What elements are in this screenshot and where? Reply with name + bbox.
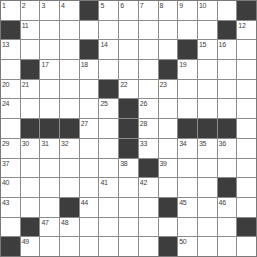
white-cell-r5c12[interactable] — [218, 80, 237, 99]
white-cell-r6c10[interactable] — [178, 99, 197, 118]
white-cell-r10c13[interactable] — [237, 178, 256, 197]
white-cell-r3c12[interactable]: 16 — [218, 40, 237, 59]
white-cell-r4c11[interactable] — [198, 60, 217, 79]
white-cell-r9c1[interactable]: 37 — [1, 159, 20, 178]
clue-number: 21 — [22, 80, 29, 89]
white-cell-r3c1[interactable]: 13 — [1, 40, 20, 59]
white-cell-r6c3[interactable] — [40, 99, 59, 118]
white-cell-r5c4[interactable] — [60, 80, 79, 99]
clue-number: 50 — [179, 237, 186, 246]
white-cell-r7c9[interactable] — [159, 119, 178, 138]
block-cell-r12c2 — [21, 218, 40, 237]
white-cell-r12c3[interactable]: 47 — [40, 218, 59, 237]
white-cell-r8c4[interactable]: 32 — [60, 139, 79, 158]
white-cell-r10c2[interactable] — [21, 178, 40, 197]
white-cell-r13c2[interactable]: 49 — [21, 237, 40, 256]
block-cell-r2c12 — [218, 21, 237, 40]
white-cell-r5c1[interactable]: 20 — [1, 80, 20, 99]
clue-number: 39 — [160, 159, 167, 168]
clue-number: 12 — [238, 21, 245, 30]
clue-number: 25 — [100, 99, 107, 108]
white-cell-r11c6[interactable] — [99, 198, 118, 217]
white-cell-r1c12[interactable] — [218, 1, 237, 20]
block-cell-r2c1 — [1, 21, 20, 40]
white-cell-r5c3[interactable] — [40, 80, 59, 99]
block-cell-r7c2 — [21, 119, 40, 138]
block-cell-r7c11 — [198, 119, 217, 138]
clue-number: 41 — [100, 178, 107, 187]
clue-number: 48 — [61, 218, 68, 227]
clue-number: 7 — [140, 1, 144, 10]
white-cell-r11c7[interactable] — [119, 198, 138, 217]
white-cell-r9c4[interactable] — [60, 159, 79, 178]
clue-number: 38 — [120, 159, 127, 168]
block-cell-r1c13 — [237, 1, 256, 20]
white-cell-r3c9[interactable] — [159, 40, 178, 59]
white-cell-r11c8[interactable] — [139, 198, 158, 217]
clue-number: 11 — [22, 21, 29, 30]
block-cell-r6c7 — [119, 99, 138, 118]
clue-number: 44 — [81, 198, 88, 207]
white-cell-r13c5[interactable] — [80, 237, 99, 256]
white-cell-r5c11[interactable] — [198, 80, 217, 99]
block-cell-r11c9 — [159, 198, 178, 217]
white-cell-r10c5[interactable] — [80, 178, 99, 197]
white-cell-r12c11[interactable] — [198, 218, 217, 237]
white-cell-r2c3[interactable] — [40, 21, 59, 40]
white-cell-r3c6[interactable]: 14 — [99, 40, 118, 59]
white-cell-r4c7[interactable] — [119, 60, 138, 79]
clue-number: 43 — [2, 198, 9, 207]
clue-number: 9 — [179, 1, 183, 10]
white-cell-r4c4[interactable] — [60, 60, 79, 79]
white-cell-r9c10[interactable] — [178, 159, 197, 178]
white-cell-r2c8[interactable] — [139, 21, 158, 40]
clue-number: 16 — [219, 40, 226, 49]
clue-number: 46 — [219, 198, 226, 207]
white-cell-r8c12[interactable]: 36 — [218, 139, 237, 158]
white-cell-r11c12[interactable]: 46 — [218, 198, 237, 217]
block-cell-r12c13 — [237, 218, 256, 237]
white-cell-r5c7[interactable]: 22 — [119, 80, 138, 99]
white-cell-r8c9[interactable] — [159, 139, 178, 158]
clue-number: 29 — [2, 139, 9, 148]
clue-number: 19 — [179, 60, 186, 69]
clue-number: 22 — [120, 80, 127, 89]
white-cell-r6c12[interactable] — [218, 99, 237, 118]
white-cell-r8c11[interactable]: 35 — [198, 139, 217, 158]
clue-number: 45 — [179, 198, 186, 207]
block-cell-r4c2 — [21, 60, 40, 79]
clue-number: 10 — [199, 1, 206, 10]
white-cell-r9c7[interactable]: 38 — [119, 159, 138, 178]
white-cell-r2c13[interactable]: 12 — [237, 21, 256, 40]
white-cell-r5c5[interactable] — [80, 80, 99, 99]
white-cell-r4c12[interactable] — [218, 60, 237, 79]
white-cell-r4c6[interactable] — [99, 60, 118, 79]
block-cell-r7c10 — [178, 119, 197, 138]
white-cell-r10c10[interactable] — [178, 178, 197, 197]
clue-number: 1 — [2, 1, 6, 10]
clue-number: 6 — [120, 1, 124, 10]
white-cell-r5c13[interactable] — [237, 80, 256, 99]
clue-number: 49 — [22, 237, 29, 246]
block-cell-r8c7 — [119, 139, 138, 158]
white-cell-r1c9[interactable]: 8 — [159, 1, 178, 20]
block-cell-r3c10 — [178, 40, 197, 59]
white-cell-r8c6[interactable] — [99, 139, 118, 158]
white-cell-r1c2[interactable]: 2 — [21, 1, 40, 20]
block-cell-r7c7 — [119, 119, 138, 138]
white-cell-r2c7[interactable] — [119, 21, 138, 40]
white-cell-r8c3[interactable]: 31 — [40, 139, 59, 158]
white-cell-r5c2[interactable]: 21 — [21, 80, 40, 99]
white-cell-r6c6[interactable]: 25 — [99, 99, 118, 118]
clue-number: 5 — [100, 1, 104, 10]
white-cell-r12c1[interactable] — [1, 218, 20, 237]
white-cell-r3c3[interactable] — [40, 40, 59, 59]
white-cell-r3c2[interactable] — [21, 40, 40, 59]
clue-number: 40 — [2, 178, 9, 187]
white-cell-r10c1[interactable]: 40 — [1, 178, 20, 197]
block-cell-r4c9 — [159, 60, 178, 79]
white-cell-r6c13[interactable] — [237, 99, 256, 118]
white-cell-r8c1[interactable]: 29 — [1, 139, 20, 158]
white-cell-r9c11[interactable] — [198, 159, 217, 178]
white-cell-r7c8[interactable]: 28 — [139, 119, 158, 138]
white-cell-r13c11[interactable] — [198, 237, 217, 256]
block-cell-r11c4 — [60, 198, 79, 217]
white-cell-r11c3[interactable] — [40, 198, 59, 217]
white-cell-r3c7[interactable] — [119, 40, 138, 59]
block-cell-r7c12 — [218, 119, 237, 138]
white-cell-r13c13[interactable] — [237, 237, 256, 256]
white-cell-r2c9[interactable] — [159, 21, 178, 40]
white-cell-r1c3[interactable]: 3 — [40, 1, 59, 20]
white-cell-r8c13[interactable] — [237, 139, 256, 158]
white-cell-r3c8[interactable] — [139, 40, 158, 59]
clue-number: 8 — [160, 1, 164, 10]
white-cell-r11c13[interactable] — [237, 198, 256, 217]
clue-number: 4 — [61, 1, 65, 10]
white-cell-r12c7[interactable] — [119, 218, 138, 237]
white-cell-r12c12[interactable] — [218, 218, 237, 237]
clue-number: 35 — [199, 139, 206, 148]
white-cell-r9c2[interactable] — [21, 159, 40, 178]
clue-number: 14 — [100, 40, 107, 49]
white-cell-r12c6[interactable] — [99, 218, 118, 237]
block-cell-r13c9 — [159, 237, 178, 256]
white-cell-r1c1[interactable]: 1 — [1, 1, 20, 20]
white-cell-r11c2[interactable] — [21, 198, 40, 217]
white-cell-r13c10[interactable]: 50 — [178, 237, 197, 256]
clue-number: 31 — [41, 139, 48, 148]
white-cell-r5c9[interactable]: 23 — [159, 80, 178, 99]
white-cell-r4c5[interactable]: 18 — [80, 60, 99, 79]
clue-number: 24 — [2, 99, 9, 108]
white-cell-r6c8[interactable]: 26 — [139, 99, 158, 118]
white-cell-r9c3[interactable] — [40, 159, 59, 178]
white-cell-r2c2[interactable]: 11 — [21, 21, 40, 40]
block-cell-r13c1 — [1, 237, 20, 256]
white-cell-r2c4[interactable] — [60, 21, 79, 40]
white-cell-r4c13[interactable] — [237, 60, 256, 79]
white-cell-r11c11[interactable] — [198, 198, 217, 217]
white-cell-r6c1[interactable]: 24 — [1, 99, 20, 118]
white-cell-r9c13[interactable] — [237, 159, 256, 178]
block-cell-r3c5 — [80, 40, 99, 59]
white-cell-r12c10[interactable] — [178, 218, 197, 237]
clue-number: 17 — [41, 60, 48, 69]
white-cell-r8c5[interactable] — [80, 139, 99, 158]
clue-number: 15 — [199, 40, 206, 49]
white-cell-r10c8[interactable]: 42 — [139, 178, 158, 197]
white-cell-r9c6[interactable] — [99, 159, 118, 178]
clue-number: 23 — [160, 80, 167, 89]
white-cell-r1c7[interactable]: 6 — [119, 1, 138, 20]
white-cell-r13c3[interactable] — [40, 237, 59, 256]
block-cell-r7c3 — [40, 119, 59, 138]
white-cell-r2c11[interactable] — [198, 21, 217, 40]
white-cell-r4c3[interactable]: 17 — [40, 60, 59, 79]
white-cell-r13c6[interactable] — [99, 237, 118, 256]
white-cell-r12c8[interactable] — [139, 218, 158, 237]
white-cell-r2c6[interactable] — [99, 21, 118, 40]
white-cell-r12c4[interactable]: 48 — [60, 218, 79, 237]
white-cell-r2c10[interactable] — [178, 21, 197, 40]
white-cell-r1c10[interactable]: 9 — [178, 1, 197, 20]
white-cell-r12c5[interactable] — [80, 218, 99, 237]
clue-number: 36 — [219, 139, 226, 148]
white-cell-r13c8[interactable] — [139, 237, 158, 256]
white-cell-r7c5[interactable]: 27 — [80, 119, 99, 138]
white-cell-r8c2[interactable]: 30 — [21, 139, 40, 158]
block-cell-r1c5 — [80, 1, 99, 20]
white-cell-r10c7[interactable] — [119, 178, 138, 197]
white-cell-r4c8[interactable] — [139, 60, 158, 79]
white-cell-r10c11[interactable] — [198, 178, 217, 197]
white-cell-r11c5[interactable]: 44 — [80, 198, 99, 217]
block-cell-r10c12 — [218, 178, 237, 197]
clue-number: 18 — [81, 60, 88, 69]
clue-number: 28 — [140, 119, 147, 128]
white-cell-r1c6[interactable]: 5 — [99, 1, 118, 20]
clue-number: 27 — [81, 119, 88, 128]
white-cell-r5c8[interactable] — [139, 80, 158, 99]
clue-number: 20 — [2, 80, 9, 89]
white-cell-r3c11[interactable]: 15 — [198, 40, 217, 59]
white-cell-r10c4[interactable] — [60, 178, 79, 197]
white-cell-r9c5[interactable] — [80, 159, 99, 178]
white-cell-r13c4[interactable] — [60, 237, 79, 256]
white-cell-r13c7[interactable] — [119, 237, 138, 256]
white-cell-r8c10[interactable]: 34 — [178, 139, 197, 158]
white-cell-r1c4[interactable]: 4 — [60, 1, 79, 20]
clue-number: 13 — [2, 40, 9, 49]
white-cell-r5c10[interactable] — [178, 80, 197, 99]
white-cell-r4c10[interactable]: 19 — [178, 60, 197, 79]
white-cell-r10c3[interactable] — [40, 178, 59, 197]
clue-number: 30 — [22, 139, 29, 148]
clue-number: 2 — [22, 1, 26, 10]
white-cell-r7c6[interactable] — [99, 119, 118, 138]
block-cell-r7c4 — [60, 119, 79, 138]
clue-number: 26 — [140, 99, 147, 108]
white-cell-r6c4[interactable] — [60, 99, 79, 118]
clue-number: 37 — [2, 159, 9, 168]
block-cell-r5c6 — [99, 80, 118, 99]
white-cell-r10c6[interactable]: 41 — [99, 178, 118, 197]
white-cell-r13c12[interactable] — [218, 237, 237, 256]
white-cell-r7c13[interactable] — [237, 119, 256, 138]
white-cell-r6c9[interactable] — [159, 99, 178, 118]
white-cell-r2c5[interactable] — [80, 21, 99, 40]
white-cell-r8c8[interactable]: 33 — [139, 139, 158, 158]
white-cell-r4c1[interactable] — [1, 60, 20, 79]
clue-number: 33 — [140, 139, 147, 148]
block-cell-r9c8 — [139, 159, 158, 178]
clue-number: 47 — [41, 218, 48, 227]
white-cell-r11c1[interactable]: 43 — [1, 198, 20, 217]
white-cell-r7c1[interactable] — [1, 119, 20, 138]
white-cell-r1c11[interactable]: 10 — [198, 1, 217, 20]
white-cell-r11c10[interactable]: 45 — [178, 198, 197, 217]
white-cell-r3c4[interactable] — [60, 40, 79, 59]
clue-number: 34 — [179, 139, 186, 148]
white-cell-r12c9[interactable] — [159, 218, 178, 237]
white-cell-r9c9[interactable]: 39 — [159, 159, 178, 178]
white-cell-r6c2[interactable] — [21, 99, 40, 118]
clue-number: 32 — [61, 139, 68, 148]
white-cell-r6c11[interactable] — [198, 99, 217, 118]
white-cell-r10c9[interactable] — [159, 178, 178, 197]
white-cell-r6c5[interactable] — [80, 99, 99, 118]
clue-number: 3 — [41, 1, 45, 10]
white-cell-r1c8[interactable]: 7 — [139, 1, 158, 20]
crossword-board: 1234567891011121314151617181920212223242… — [0, 0, 257, 257]
white-cell-r3c13[interactable] — [237, 40, 256, 59]
clue-number: 42 — [140, 178, 147, 187]
white-cell-r9c12[interactable] — [218, 159, 237, 178]
